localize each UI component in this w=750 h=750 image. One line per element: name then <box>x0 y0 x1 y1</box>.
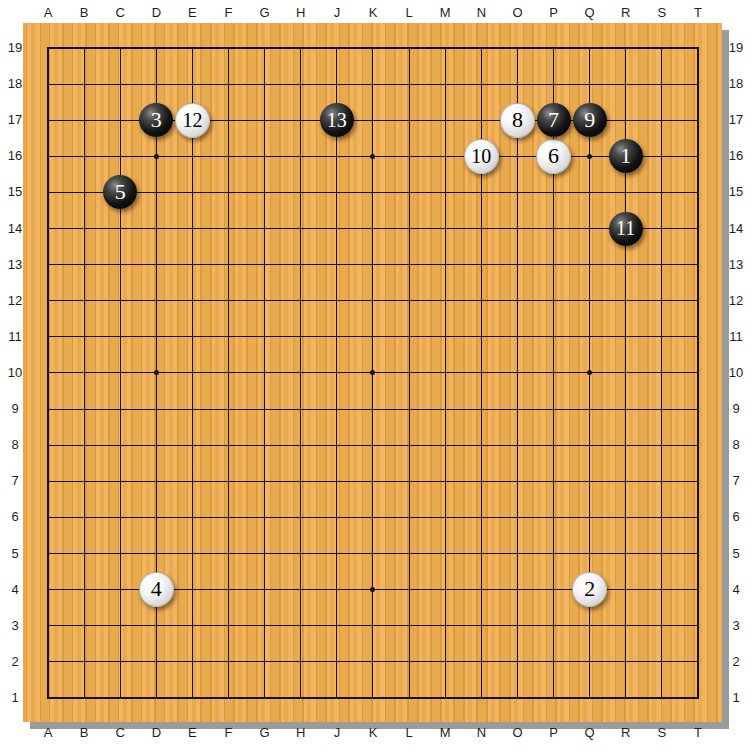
coord-left-4: 4 <box>1 582 29 598</box>
coord-left-15: 15 <box>1 184 29 200</box>
coord-top-m: M <box>431 5 459 21</box>
coord-left-7: 7 <box>1 473 29 489</box>
coord-left-8: 8 <box>1 437 29 453</box>
white-stone-n16: 10 <box>464 139 499 174</box>
black-stone-j17: 13 <box>320 103 354 137</box>
white-stone-o17: 8 <box>500 103 535 138</box>
coord-bottom-k: K <box>359 725 387 741</box>
coord-bottom-l: L <box>395 725 423 741</box>
coord-top-q: Q <box>576 5 604 21</box>
coord-top-g: G <box>251 5 279 21</box>
intersection-n16: 10 <box>463 138 499 174</box>
coord-right-15: 15 <box>722 184 750 200</box>
coord-bottom-o: O <box>503 725 531 741</box>
coord-bottom-j: J <box>323 725 351 741</box>
coord-left-11: 11 <box>1 329 29 345</box>
coord-top-j: J <box>323 5 351 21</box>
coord-bottom-m: M <box>431 725 459 741</box>
black-stone-r16: 1 <box>609 139 643 173</box>
coord-bottom-d: D <box>142 725 170 741</box>
move-number: 7 <box>548 109 559 132</box>
move-number: 3 <box>151 109 162 132</box>
coord-right-3: 3 <box>722 618 750 634</box>
intersection-r16: 1 <box>608 138 644 174</box>
coord-bottom-r: R <box>612 725 640 741</box>
coord-right-19: 19 <box>722 40 750 56</box>
coord-right-9: 9 <box>722 401 750 417</box>
coord-right-4: 4 <box>722 582 750 598</box>
intersection-q4: 2 <box>572 572 608 608</box>
black-stone-p17: 7 <box>537 103 571 137</box>
coord-right-6: 6 <box>722 509 750 525</box>
coord-bottom-q: Q <box>576 725 604 741</box>
coord-top-b: B <box>70 5 98 21</box>
white-stone-d4: 4 <box>139 572 174 607</box>
coord-top-f: F <box>215 5 243 21</box>
intersection-e17: 12 <box>174 102 210 138</box>
move-number: 5 <box>115 181 126 204</box>
coord-right-11: 11 <box>722 329 750 345</box>
coord-top-d: D <box>142 5 170 21</box>
coord-left-14: 14 <box>1 221 29 237</box>
white-stone-p16: 6 <box>536 139 571 174</box>
coord-right-18: 18 <box>722 76 750 92</box>
coord-left-1: 1 <box>1 690 29 706</box>
coord-top-o: O <box>503 5 531 21</box>
black-stone-q17: 9 <box>573 103 607 137</box>
coord-left-16: 16 <box>1 148 29 164</box>
coord-top-s: S <box>648 5 676 21</box>
coord-bottom-t: T <box>684 725 712 741</box>
white-stone-e17: 12 <box>175 103 210 138</box>
coord-bottom-n: N <box>467 725 495 741</box>
coord-left-17: 17 <box>1 112 29 128</box>
intersection-p17: 7 <box>535 102 571 138</box>
intersection-o17: 8 <box>499 102 535 138</box>
coord-left-19: 19 <box>1 40 29 56</box>
coord-top-t: T <box>684 5 712 21</box>
coord-bottom-a: A <box>34 725 62 741</box>
coord-left-9: 9 <box>1 401 29 417</box>
coord-right-5: 5 <box>722 546 750 562</box>
coord-top-r: R <box>612 5 640 21</box>
go-diagram-page: 12345678910111213 AABBCCDDEEFFGGHHJJKKLL… <box>0 0 750 750</box>
coord-right-7: 7 <box>722 473 750 489</box>
move-number: 13 <box>327 110 347 131</box>
coord-left-6: 6 <box>1 509 29 525</box>
coord-right-17: 17 <box>722 112 750 128</box>
coordinate-labels: AABBCCDDEEFFGGHHJJKKLLMMNNOOPPQQRRSSTT19… <box>0 0 750 750</box>
move-number: 12 <box>182 110 202 131</box>
intersection-d17: 3 <box>138 102 174 138</box>
coord-right-2: 2 <box>722 654 750 670</box>
coord-top-e: E <box>178 5 206 21</box>
intersection-r14: 11 <box>608 210 644 246</box>
coord-right-10: 10 <box>722 365 750 381</box>
coord-top-a: A <box>34 5 62 21</box>
coord-top-k: K <box>359 5 387 21</box>
coord-left-13: 13 <box>1 257 29 273</box>
coord-right-16: 16 <box>722 148 750 164</box>
coord-left-5: 5 <box>1 546 29 562</box>
intersection-p16: 6 <box>535 138 571 174</box>
coord-bottom-e: E <box>178 725 206 741</box>
white-stone-q4: 2 <box>572 572 607 607</box>
coord-right-1: 1 <box>722 690 750 706</box>
coord-bottom-h: H <box>287 725 315 741</box>
black-stone-r14: 11 <box>609 212 643 246</box>
coord-top-n: N <box>467 5 495 21</box>
coord-top-c: C <box>106 5 134 21</box>
coord-right-12: 12 <box>722 293 750 309</box>
move-number: 9 <box>584 109 595 132</box>
move-number: 1 <box>620 145 631 168</box>
coord-bottom-b: B <box>70 725 98 741</box>
black-stone-c15: 5 <box>103 175 137 209</box>
coord-bottom-g: G <box>251 725 279 741</box>
coord-top-l: L <box>395 5 423 21</box>
intersection-j17: 13 <box>319 102 355 138</box>
move-number: 2 <box>584 578 595 601</box>
intersection-q17: 9 <box>572 102 608 138</box>
move-number: 10 <box>471 146 491 167</box>
coord-right-13: 13 <box>722 257 750 273</box>
move-number: 6 <box>548 145 559 168</box>
coord-bottom-s: S <box>648 725 676 741</box>
coord-right-8: 8 <box>722 437 750 453</box>
coord-left-2: 2 <box>1 654 29 670</box>
coord-right-14: 14 <box>722 221 750 237</box>
coord-bottom-p: P <box>540 725 568 741</box>
move-number: 4 <box>151 578 162 601</box>
coord-left-12: 12 <box>1 293 29 309</box>
coord-bottom-f: F <box>215 725 243 741</box>
coord-top-p: P <box>540 5 568 21</box>
move-number: 8 <box>512 109 523 132</box>
coord-left-10: 10 <box>1 365 29 381</box>
coord-left-3: 3 <box>1 618 29 634</box>
black-stone-d17: 3 <box>139 103 173 137</box>
coord-top-h: H <box>287 5 315 21</box>
coord-left-18: 18 <box>1 76 29 92</box>
coord-bottom-c: C <box>106 725 134 741</box>
move-number: 11 <box>616 218 635 239</box>
intersection-d4: 4 <box>138 572 174 608</box>
intersection-c15: 5 <box>102 174 138 210</box>
